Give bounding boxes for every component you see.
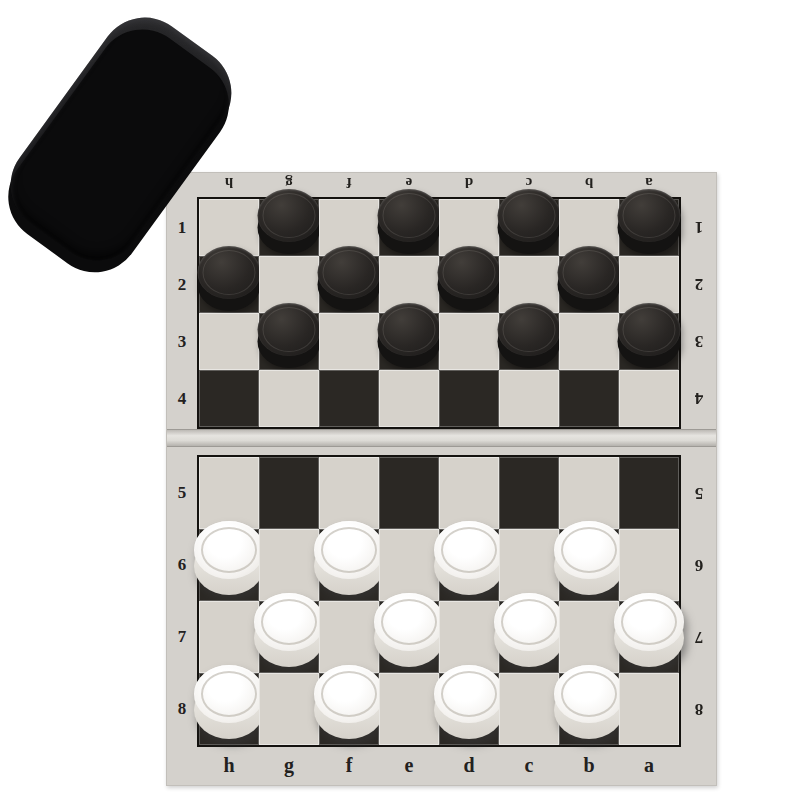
file-label-bottom-e: e [379,748,439,784]
black-piece-a3[interactable] [618,303,681,369]
piece-top-face [554,521,624,579]
black-piece-e1[interactable] [378,189,441,255]
white-piece-h6[interactable] [194,521,264,597]
rank-label-right-1: 1 [682,199,716,256]
white-piece-f6[interactable] [314,521,384,597]
square-d8[interactable] [439,673,499,745]
file-label-top-f: f [319,174,379,191]
square-a4[interactable] [619,370,679,427]
square-f6[interactable] [319,529,379,601]
white-piece-a7[interactable] [614,593,684,669]
file-label-bottom-c: c [499,748,559,784]
piece-top-face [618,189,681,242]
white-piece-e7[interactable] [374,593,444,669]
file-label-bottom-a: a [619,748,679,784]
piece-top-face [554,665,624,723]
square-h5[interactable] [199,457,259,529]
square-d5[interactable] [439,457,499,529]
rank-label-left-2: 2 [167,256,197,313]
square-g1[interactable] [259,199,319,256]
square-a3[interactable] [619,313,679,370]
square-h7[interactable] [199,601,259,673]
bottom-half-grid [197,455,681,747]
square-g7[interactable] [259,601,319,673]
file-label-bottom-h: h [199,748,259,784]
file-label-bottom-f: f [319,748,379,784]
piece-top-face [618,303,681,356]
square-e3[interactable] [379,313,439,370]
rank-label-left-3: 3 [167,313,197,370]
square-h3[interactable] [199,313,259,370]
black-piece-d2[interactable] [438,246,501,312]
black-piece-e3[interactable] [378,303,441,369]
square-b4[interactable] [559,370,619,427]
square-h8[interactable] [199,673,259,745]
rank-label-right-2: 2 [682,256,716,313]
file-label-bottom-d: d [439,748,499,784]
square-c4[interactable] [499,370,559,427]
square-b2[interactable] [559,256,619,313]
file-label-bottom-b: b [559,748,619,784]
piece-top-face [198,246,261,299]
square-h2[interactable] [199,256,259,313]
square-e7[interactable] [379,601,439,673]
square-g5[interactable] [259,457,319,529]
square-b6[interactable] [559,529,619,601]
white-piece-d8[interactable] [434,665,504,741]
black-piece-g3[interactable] [258,303,321,369]
square-a8[interactable] [619,673,679,745]
piece-top-face [558,246,621,299]
square-b3[interactable] [559,313,619,370]
white-piece-g7[interactable] [254,593,324,669]
piece-top-face [438,246,501,299]
bottom-file-labels: hgfedcba [199,748,679,784]
rank-label-right-6: 6 [682,529,716,601]
piece-top-face [314,665,384,723]
square-g4[interactable] [259,370,319,427]
black-piece-f2[interactable] [318,246,381,312]
square-g6[interactable] [259,529,319,601]
square-b8[interactable] [559,673,619,745]
top-half-grid [197,197,681,429]
black-piece-h2[interactable] [198,246,261,312]
piece-top-face [258,303,321,356]
file-label-top-h: h [199,174,259,191]
file-label-top-b: b [559,174,619,191]
right-rank-labels-bottom-half: 5678 [682,457,716,745]
piece-top-face [434,521,504,579]
white-piece-h8[interactable] [194,665,264,741]
square-c7[interactable] [499,601,559,673]
square-a5[interactable] [619,457,679,529]
board-top-half: hgfedcba 1234 1234 [167,173,716,429]
square-a6[interactable] [619,529,679,601]
rank-label-right-8: 8 [682,673,716,745]
black-piece-c3[interactable] [498,303,561,369]
right-rank-labels-top-half: 1234 [682,199,716,427]
fold-hinge [167,429,716,447]
rank-label-left-1: 1 [167,199,197,256]
rank-label-left-4: 4 [167,370,197,427]
square-e6[interactable] [379,529,439,601]
square-h6[interactable] [199,529,259,601]
white-piece-b8[interactable] [554,665,624,741]
piece-top-face [498,189,561,242]
square-f4[interactable] [319,370,379,427]
piece-top-face [494,593,564,651]
black-piece-c1[interactable] [498,189,561,255]
black-piece-g1[interactable] [258,189,321,255]
piece-top-face [318,246,381,299]
left-rank-labels-bottom-half: 5678 [167,457,197,745]
square-c5[interactable] [499,457,559,529]
rank-label-left-5: 5 [167,457,197,529]
rank-label-right-5: 5 [682,457,716,529]
black-piece-a1[interactable] [618,189,681,255]
white-piece-c7[interactable] [494,593,564,669]
square-h4[interactable] [199,370,259,427]
square-a7[interactable] [619,601,679,673]
rank-label-right-4: 4 [682,370,716,427]
square-g8[interactable] [259,673,319,745]
square-f8[interactable] [319,673,379,745]
rank-label-right-7: 7 [682,601,716,673]
piece-top-face [378,189,441,242]
square-f7[interactable] [319,601,379,673]
square-c1[interactable] [499,199,559,256]
square-b5[interactable] [559,457,619,529]
square-f2[interactable] [319,256,379,313]
left-rank-labels-top-half: 1234 [167,199,197,427]
piece-top-face [378,303,441,356]
square-d7[interactable] [439,601,499,673]
square-d3[interactable] [439,313,499,370]
square-e4[interactable] [379,370,439,427]
square-c3[interactable] [499,313,559,370]
square-b7[interactable] [559,601,619,673]
square-c8[interactable] [499,673,559,745]
piece-top-face [258,189,321,242]
square-g3[interactable] [259,313,319,370]
white-piece-b6[interactable] [554,521,624,597]
rank-label-left-6: 6 [167,529,197,601]
piece-top-face [254,593,324,651]
square-f5[interactable] [319,457,379,529]
square-d4[interactable] [439,370,499,427]
rank-label-right-3: 3 [682,313,716,370]
piece-top-face [498,303,561,356]
rank-label-left-7: 7 [167,601,197,673]
square-d2[interactable] [439,256,499,313]
white-piece-f8[interactable] [314,665,384,741]
square-e1[interactable] [379,199,439,256]
piece-top-face [434,665,504,723]
piece-top-face [194,665,264,723]
square-a1[interactable] [619,199,679,256]
white-piece-d6[interactable] [434,521,504,597]
file-label-bottom-g: g [259,748,319,784]
square-e8[interactable] [379,673,439,745]
square-e5[interactable] [379,457,439,529]
square-c6[interactable] [499,529,559,601]
piece-top-face [194,521,264,579]
black-piece-b2[interactable] [558,246,621,312]
piece-top-face [314,521,384,579]
board-bottom-half: 5678 5678 hgfedcba [167,447,716,785]
square-d6[interactable] [439,529,499,601]
piece-top-face [374,593,444,651]
square-f3[interactable] [319,313,379,370]
rank-label-left-8: 8 [167,673,197,745]
file-label-top-d: d [439,174,499,191]
piece-top-face [614,593,684,651]
checkers-board: hgfedcba 1234 1234 5678 5678 hgfedcba [166,172,717,786]
